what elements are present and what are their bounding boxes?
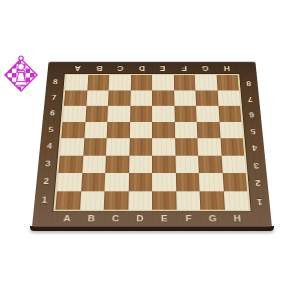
square-f2[interactable] bbox=[175, 173, 199, 191]
square-g6[interactable] bbox=[196, 106, 219, 122]
square-b5[interactable] bbox=[84, 122, 107, 139]
chessboard: ABCDEFGH ABCDEFGH 87654321 87654321 bbox=[32, 62, 272, 227]
square-e4[interactable] bbox=[152, 138, 175, 155]
square-b8[interactable] bbox=[87, 75, 109, 90]
square-b3[interactable] bbox=[82, 155, 106, 173]
file-label-h: H bbox=[225, 211, 250, 227]
playing-area bbox=[53, 74, 250, 211]
square-e3[interactable] bbox=[152, 155, 175, 173]
square-f1[interactable] bbox=[176, 191, 201, 210]
square-a1[interactable] bbox=[55, 191, 80, 210]
square-g4[interactable] bbox=[197, 138, 221, 155]
square-g2[interactable] bbox=[199, 173, 224, 191]
file-label-h: H bbox=[215, 62, 237, 74]
square-h6[interactable] bbox=[218, 106, 241, 122]
square-d4[interactable] bbox=[129, 138, 152, 155]
square-g7[interactable] bbox=[195, 90, 218, 106]
square-c2[interactable] bbox=[104, 173, 128, 191]
square-g1[interactable] bbox=[200, 191, 225, 210]
logo-top-knob bbox=[19, 56, 23, 60]
square-b2[interactable] bbox=[81, 173, 106, 191]
file-label-b: B bbox=[79, 211, 104, 227]
rank-label-4: 4 bbox=[39, 138, 59, 155]
rank-label-4: 4 bbox=[245, 138, 265, 155]
square-e5[interactable] bbox=[152, 122, 175, 139]
square-a7[interactable] bbox=[64, 90, 87, 106]
square-a4[interactable] bbox=[60, 138, 84, 155]
square-e2[interactable] bbox=[152, 173, 176, 191]
square-a8[interactable] bbox=[65, 75, 88, 90]
file-label-c: C bbox=[103, 211, 128, 227]
square-e7[interactable] bbox=[152, 90, 174, 106]
rank-label-5: 5 bbox=[41, 122, 61, 139]
file-label-g: G bbox=[200, 211, 225, 227]
square-d2[interactable] bbox=[128, 173, 152, 191]
square-d1[interactable] bbox=[128, 191, 152, 210]
square-f7[interactable] bbox=[174, 90, 196, 106]
board-frame: ABCDEFGH ABCDEFGH 87654321 87654321 bbox=[32, 62, 272, 227]
file-label-d: D bbox=[131, 62, 152, 74]
rank-label-5: 5 bbox=[243, 122, 263, 139]
square-h4[interactable] bbox=[220, 138, 244, 155]
rank-label-2: 2 bbox=[247, 173, 268, 191]
square-a6[interactable] bbox=[63, 106, 86, 122]
file-label-b: B bbox=[88, 62, 110, 74]
square-e1[interactable] bbox=[152, 191, 176, 210]
rank-label-1: 1 bbox=[249, 191, 270, 210]
file-label-f: F bbox=[176, 211, 201, 227]
square-a2[interactable] bbox=[57, 173, 82, 191]
file-label-g: G bbox=[194, 62, 216, 74]
file-labels-top: ABCDEFGH bbox=[67, 62, 238, 74]
square-h1[interactable] bbox=[223, 191, 248, 210]
square-c7[interactable] bbox=[108, 90, 130, 106]
square-g3[interactable] bbox=[198, 155, 222, 173]
square-b6[interactable] bbox=[85, 106, 108, 122]
rank-label-2: 2 bbox=[36, 173, 57, 191]
square-f5[interactable] bbox=[174, 122, 197, 139]
square-c6[interactable] bbox=[107, 106, 130, 122]
square-b7[interactable] bbox=[86, 90, 109, 106]
vendor-logo bbox=[3, 55, 39, 99]
square-c4[interactable] bbox=[106, 138, 129, 155]
rank-label-6: 6 bbox=[242, 106, 262, 122]
rank-label-8: 8 bbox=[239, 75, 258, 90]
square-d3[interactable] bbox=[129, 155, 152, 173]
rank-label-3: 3 bbox=[37, 155, 58, 173]
square-h8[interactable] bbox=[216, 75, 239, 90]
square-d8[interactable] bbox=[130, 75, 152, 90]
file-label-a: A bbox=[67, 62, 89, 74]
file-labels-bottom: ABCDEFGH bbox=[54, 211, 250, 227]
file-label-f: F bbox=[173, 62, 195, 74]
file-label-a: A bbox=[54, 211, 79, 227]
file-label-d: D bbox=[128, 211, 153, 227]
square-c8[interactable] bbox=[109, 75, 131, 90]
product-photo: ABCDEFGH ABCDEFGH 87654321 87654321 bbox=[0, 0, 300, 300]
file-label-e: E bbox=[152, 211, 177, 227]
rank-label-7: 7 bbox=[44, 90, 63, 106]
square-a5[interactable] bbox=[61, 122, 85, 139]
square-g8[interactable] bbox=[195, 75, 217, 90]
square-f4[interactable] bbox=[175, 138, 198, 155]
square-d6[interactable] bbox=[130, 106, 152, 122]
square-h7[interactable] bbox=[217, 90, 240, 106]
square-g5[interactable] bbox=[197, 122, 220, 139]
square-d7[interactable] bbox=[130, 90, 152, 106]
board-squares bbox=[55, 75, 248, 210]
square-b4[interactable] bbox=[83, 138, 107, 155]
square-a3[interactable] bbox=[58, 155, 82, 173]
square-f3[interactable] bbox=[175, 155, 199, 173]
square-e8[interactable] bbox=[152, 75, 174, 90]
square-h3[interactable] bbox=[221, 155, 245, 173]
square-f8[interactable] bbox=[173, 75, 195, 90]
rank-label-3: 3 bbox=[246, 155, 267, 173]
square-c3[interactable] bbox=[105, 155, 129, 173]
square-b1[interactable] bbox=[80, 191, 105, 210]
square-f6[interactable] bbox=[174, 106, 197, 122]
rank-label-8: 8 bbox=[46, 75, 65, 90]
square-h2[interactable] bbox=[222, 173, 247, 191]
square-e6[interactable] bbox=[152, 106, 174, 122]
file-label-c: C bbox=[109, 62, 131, 74]
square-c5[interactable] bbox=[107, 122, 130, 139]
square-h5[interactable] bbox=[219, 122, 243, 139]
square-c1[interactable] bbox=[104, 191, 129, 210]
file-label-e: E bbox=[152, 62, 173, 74]
rank-label-1: 1 bbox=[34, 191, 55, 210]
rank-label-7: 7 bbox=[241, 90, 260, 106]
square-d5[interactable] bbox=[129, 122, 152, 139]
rank-label-6: 6 bbox=[43, 106, 63, 122]
